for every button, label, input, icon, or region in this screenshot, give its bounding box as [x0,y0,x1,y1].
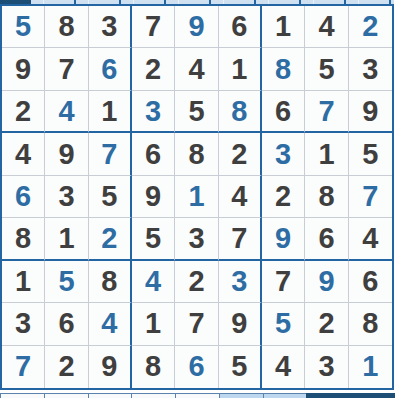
sudoku-cell-r7c7[interactable]: 7 [262,261,305,303]
sudoku-cell-r5c1[interactable]: 6 [2,176,45,218]
sudoku-cell-r8c2[interactable]: 6 [45,303,88,345]
bottom-button-4[interactable] [131,393,176,398]
sudoku-cell-r5c4[interactable]: 9 [132,176,175,218]
sudoku-cell-r2c5[interactable]: 4 [175,48,218,90]
sudoku-cell-r1c8[interactable]: 4 [305,6,348,48]
sudoku-cell-r9c3[interactable]: 9 [89,346,132,388]
sudoku-cell-r7c2[interactable]: 5 [45,261,88,303]
sudoku-cell-r5c9[interactable]: 7 [349,176,392,218]
sudoku-cell-r2c7[interactable]: 8 [262,48,305,90]
sudoku-cell-r8c4[interactable]: 1 [132,303,175,345]
sudoku-cell-r1c1[interactable]: 5 [2,6,45,48]
sudoku-cell-r9c9[interactable]: 1 [349,346,392,388]
bottom-button-8[interactable] [306,393,351,398]
sudoku-cell-r8c5[interactable]: 7 [175,303,218,345]
sudoku-cell-r4c5[interactable]: 8 [175,133,218,175]
sudoku-cell-r5c7[interactable]: 2 [262,176,305,218]
sudoku-cell-r3c9[interactable]: 9 [349,91,392,133]
sudoku-cell-r3c3[interactable]: 1 [89,91,132,133]
sudoku-cell-r9c2[interactable]: 2 [45,346,88,388]
sudoku-cell-r4c6[interactable]: 2 [219,133,262,175]
sudoku-cell-r3c2[interactable]: 4 [45,91,88,133]
sudoku-cell-r3c7[interactable]: 6 [262,91,305,133]
sudoku-cell-r4c3[interactable]: 7 [89,133,132,175]
sudoku-cell-r1c3[interactable]: 3 [89,6,132,48]
sudoku-cell-r7c4[interactable]: 4 [132,261,175,303]
sudoku-cell-r8c1[interactable]: 3 [2,303,45,345]
sudoku-cell-r6c4[interactable]: 5 [132,218,175,260]
sudoku-cell-r7c6[interactable]: 3 [219,261,262,303]
sudoku-cell-r9c8[interactable]: 3 [305,346,348,388]
sudoku-cell-r4c4[interactable]: 6 [132,133,175,175]
sudoku-cell-r2c2[interactable]: 7 [45,48,88,90]
sudoku-cell-r1c5[interactable]: 9 [175,6,218,48]
sudoku-cell-r2c3[interactable]: 6 [89,48,132,90]
sudoku-cell-r5c8[interactable]: 8 [305,176,348,218]
bottom-button-2[interactable] [44,393,89,398]
sudoku-cell-r4c9[interactable]: 5 [349,133,392,175]
sudoku-cell-r9c4[interactable]: 8 [132,346,175,388]
bottom-button-6[interactable] [219,393,264,398]
bottom-button-7[interactable] [263,393,308,398]
sudoku-cell-r6c9[interactable]: 4 [349,218,392,260]
sudoku-cell-r1c7[interactable]: 1 [262,6,305,48]
sudoku-cell-r1c9[interactable]: 2 [349,6,392,48]
sudoku-cell-r2c9[interactable]: 3 [349,48,392,90]
bottom-button-1[interactable] [0,393,45,398]
sudoku-cell-r5c3[interactable]: 5 [89,176,132,218]
sudoku-cell-r1c4[interactable]: 7 [132,6,175,48]
sudoku-cell-r8c6[interactable]: 9 [219,303,262,345]
sudoku-cell-r6c2[interactable]: 1 [45,218,88,260]
sudoku-cell-r7c3[interactable]: 8 [89,261,132,303]
sudoku-cell-r2c8[interactable]: 5 [305,48,348,90]
sudoku-cell-r5c2[interactable]: 3 [45,176,88,218]
sudoku-cell-r6c7[interactable]: 9 [262,218,305,260]
sudoku-page: 5837961429762418532413586794976823156359… [0,0,400,398]
sudoku-cell-r7c1[interactable]: 1 [2,261,45,303]
bottom-button-3[interactable] [88,393,133,398]
bottom-button-5[interactable] [175,393,220,398]
sudoku-cell-r6c3[interactable]: 2 [89,218,132,260]
sudoku-cell-r8c9[interactable]: 8 [349,303,392,345]
sudoku-cell-r3c1[interactable]: 2 [2,91,45,133]
sudoku-cell-r9c5[interactable]: 6 [175,346,218,388]
sudoku-cell-r6c6[interactable]: 7 [219,218,262,260]
sudoku-cell-r1c2[interactable]: 8 [45,6,88,48]
sudoku-cell-r5c5[interactable]: 1 [175,176,218,218]
sudoku-cell-r6c1[interactable]: 8 [2,218,45,260]
sudoku-cell-r7c9[interactable]: 6 [349,261,392,303]
sudoku-cell-r8c7[interactable]: 5 [262,303,305,345]
sudoku-cell-r2c1[interactable]: 9 [2,48,45,90]
sudoku-cell-r2c4[interactable]: 2 [132,48,175,90]
sudoku-cell-r3c8[interactable]: 7 [305,91,348,133]
sudoku-cell-r9c1[interactable]: 7 [2,346,45,388]
sudoku-cell-r5c6[interactable]: 4 [219,176,262,218]
sudoku-cell-r3c6[interactable]: 8 [219,91,262,133]
sudoku-cell-r9c7[interactable]: 4 [262,346,305,388]
sudoku-cell-r1c6[interactable]: 6 [219,6,262,48]
sudoku-cell-r4c8[interactable]: 1 [305,133,348,175]
bottom-button-row-clipped [0,393,394,398]
sudoku-board: 5837961429762418532413586794976823156359… [0,4,394,390]
sudoku-cell-r6c5[interactable]: 3 [175,218,218,260]
sudoku-cell-r2c6[interactable]: 1 [219,48,262,90]
sudoku-cell-r3c4[interactable]: 3 [132,91,175,133]
sudoku-cell-r7c5[interactable]: 2 [175,261,218,303]
sudoku-cell-r8c8[interactable]: 2 [305,303,348,345]
sudoku-cell-r7c8[interactable]: 9 [305,261,348,303]
sudoku-cell-r6c8[interactable]: 6 [305,218,348,260]
sudoku-cell-r4c1[interactable]: 4 [2,133,45,175]
sudoku-cell-r4c2[interactable]: 9 [45,133,88,175]
bottom-button-9[interactable] [350,393,395,398]
sudoku-cell-r4c7[interactable]: 3 [262,133,305,175]
sudoku-cell-r8c3[interactable]: 4 [89,303,132,345]
sudoku-cell-r9c6[interactable]: 5 [219,346,262,388]
sudoku-cell-r3c5[interactable]: 5 [175,91,218,133]
